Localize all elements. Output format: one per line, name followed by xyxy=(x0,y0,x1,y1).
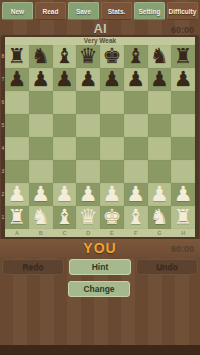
rank-label-6: 6 xyxy=(1,91,5,114)
square-a8[interactable]: ♜ xyxy=(5,45,29,68)
square-c3[interactable] xyxy=(53,160,77,183)
square-b5[interactable] xyxy=(29,114,53,137)
change-button[interactable]: Change xyxy=(68,281,130,297)
rank-label-7: 7 xyxy=(1,68,5,91)
square-e6[interactable] xyxy=(100,91,124,114)
square-a2[interactable]: ♟ xyxy=(5,183,29,206)
square-e1[interactable]: ♚ xyxy=(100,206,124,229)
square-f8[interactable]: ♝ xyxy=(124,45,148,68)
menu-button-stats[interactable]: Stats. xyxy=(101,2,132,20)
square-e2[interactable]: ♟ xyxy=(100,183,124,206)
black-bishop: ♝ xyxy=(124,45,148,68)
difficulty-level-label: Very Weak xyxy=(5,37,195,45)
square-h3[interactable] xyxy=(171,160,195,183)
black-pawn: ♟ xyxy=(124,68,148,91)
square-f3[interactable] xyxy=(124,160,148,183)
square-f2[interactable]: ♟ xyxy=(124,183,148,206)
file-label-h: H xyxy=(171,229,195,237)
white-rook: ♜ xyxy=(5,206,29,229)
white-pawn: ♟ xyxy=(100,183,124,206)
redo-button[interactable]: Redo xyxy=(2,259,64,275)
square-e5[interactable] xyxy=(100,114,124,137)
white-pawn: ♟ xyxy=(53,183,77,206)
square-b8[interactable]: ♞ xyxy=(29,45,53,68)
chess-board: Very Weak ♜♞♝♛♚♝♞♜♟♟♟♟♟♟♟♟♟♟♟♟♟♟♟♟♜♞♝♛♚♝… xyxy=(1,35,199,239)
hint-button[interactable]: Hint xyxy=(69,259,131,275)
square-d4[interactable] xyxy=(76,137,100,160)
black-queen: ♛ xyxy=(76,45,100,68)
square-f6[interactable] xyxy=(124,91,148,114)
square-a6[interactable] xyxy=(5,91,29,114)
square-h4[interactable] xyxy=(171,137,195,160)
white-knight: ♞ xyxy=(148,206,172,229)
square-h6[interactable] xyxy=(171,91,195,114)
white-pawn: ♟ xyxy=(171,183,195,206)
black-rook: ♜ xyxy=(171,45,195,68)
square-g8[interactable]: ♞ xyxy=(148,45,172,68)
square-d1[interactable]: ♛ xyxy=(76,206,100,229)
white-pawn: ♟ xyxy=(5,183,29,206)
file-label-b: B xyxy=(29,229,53,237)
square-h2[interactable]: ♟ xyxy=(171,183,195,206)
square-a1[interactable]: ♜ xyxy=(5,206,29,229)
square-a4[interactable] xyxy=(5,137,29,160)
menu-button-read[interactable]: Read xyxy=(35,2,66,20)
file-label-e: E xyxy=(100,229,124,237)
square-d8[interactable]: ♛ xyxy=(76,45,100,68)
bottom-strip xyxy=(0,345,200,355)
file-labels: ABCDEFGH xyxy=(5,229,195,237)
file-label-g: G xyxy=(148,229,172,237)
square-c5[interactable] xyxy=(53,114,77,137)
white-pawn: ♟ xyxy=(29,183,53,206)
white-pawn: ♟ xyxy=(76,183,100,206)
square-b4[interactable] xyxy=(29,137,53,160)
white-king: ♚ xyxy=(100,206,124,229)
player-clock: 60:00 xyxy=(171,244,194,254)
rank-label-4: 4 xyxy=(1,137,5,160)
square-b2[interactable]: ♟ xyxy=(29,183,53,206)
file-label-c: C xyxy=(53,229,77,237)
square-b6[interactable] xyxy=(29,91,53,114)
square-e8[interactable]: ♚ xyxy=(100,45,124,68)
white-bishop: ♝ xyxy=(124,206,148,229)
square-g4[interactable] xyxy=(148,137,172,160)
square-h5[interactable] xyxy=(171,114,195,137)
square-c4[interactable] xyxy=(53,137,77,160)
square-g3[interactable] xyxy=(148,160,172,183)
menu-button-save[interactable]: Save xyxy=(68,2,99,20)
square-f1[interactable]: ♝ xyxy=(124,206,148,229)
black-pawn: ♟ xyxy=(171,68,195,91)
white-pawn: ♟ xyxy=(148,183,172,206)
square-g6[interactable] xyxy=(148,91,172,114)
square-b7[interactable]: ♟ xyxy=(29,68,53,91)
opponent-clock: 60:00 xyxy=(171,25,194,35)
black-knight: ♞ xyxy=(29,45,53,68)
player-bar: YOU 60:00 xyxy=(0,239,200,258)
square-a7[interactable]: ♟ xyxy=(5,68,29,91)
black-pawn: ♟ xyxy=(76,68,100,91)
black-pawn: ♟ xyxy=(148,68,172,91)
square-g1[interactable]: ♞ xyxy=(148,206,172,229)
square-c6[interactable] xyxy=(53,91,77,114)
square-d7[interactable]: ♟ xyxy=(76,68,100,91)
black-bishop: ♝ xyxy=(53,45,77,68)
black-pawn: ♟ xyxy=(53,68,77,91)
square-e4[interactable] xyxy=(100,137,124,160)
square-d3[interactable] xyxy=(76,160,100,183)
black-rook: ♜ xyxy=(5,45,29,68)
black-pawn: ♟ xyxy=(29,68,53,91)
square-g7[interactable]: ♟ xyxy=(148,68,172,91)
square-d2[interactable]: ♟ xyxy=(76,183,100,206)
menu-button-new[interactable]: New xyxy=(2,2,33,20)
square-d6[interactable] xyxy=(76,91,100,114)
square-f7[interactable]: ♟ xyxy=(124,68,148,91)
menu-button-setting[interactable]: Setting xyxy=(134,2,165,20)
file-label-d: D xyxy=(76,229,100,237)
square-h8[interactable]: ♜ xyxy=(171,45,195,68)
rank-labels: 87654321 xyxy=(1,45,5,229)
rank-label-2: 2 xyxy=(1,183,5,206)
rank-label-5: 5 xyxy=(1,114,5,137)
square-e3[interactable] xyxy=(100,160,124,183)
menu-button-difficulty[interactable]: Difficulty xyxy=(167,2,198,20)
square-g2[interactable]: ♟ xyxy=(148,183,172,206)
square-b3[interactable] xyxy=(29,160,53,183)
file-label-f: F xyxy=(124,229,148,237)
square-f5[interactable] xyxy=(124,114,148,137)
white-queen: ♛ xyxy=(76,206,100,229)
board-grid: ♜♞♝♛♚♝♞♜♟♟♟♟♟♟♟♟♟♟♟♟♟♟♟♟♜♞♝♛♚♝♞♜ xyxy=(5,45,195,229)
square-d5[interactable] xyxy=(76,114,100,137)
black-king: ♚ xyxy=(100,45,124,68)
square-f4[interactable] xyxy=(124,137,148,160)
square-c2[interactable]: ♟ xyxy=(53,183,77,206)
square-c7[interactable]: ♟ xyxy=(53,68,77,91)
chess-app: NewReadSaveStats.SettingDifficulty AI 60… xyxy=(0,0,200,355)
white-knight: ♞ xyxy=(29,206,53,229)
black-pawn: ♟ xyxy=(5,68,29,91)
square-e7[interactable]: ♟ xyxy=(100,68,124,91)
square-h7[interactable]: ♟ xyxy=(171,68,195,91)
square-c8[interactable]: ♝ xyxy=(53,45,77,68)
black-knight: ♞ xyxy=(148,45,172,68)
file-label-a: A xyxy=(5,229,29,237)
white-pawn: ♟ xyxy=(124,183,148,206)
rank-label-1: 1 xyxy=(1,206,5,229)
square-g5[interactable] xyxy=(148,114,172,137)
black-pawn: ♟ xyxy=(100,68,124,91)
square-c1[interactable]: ♝ xyxy=(53,206,77,229)
square-a5[interactable] xyxy=(5,114,29,137)
square-a3[interactable] xyxy=(5,160,29,183)
rank-label-8: 8 xyxy=(1,45,5,68)
undo-button[interactable]: Undo xyxy=(136,259,198,275)
white-rook: ♜ xyxy=(171,206,195,229)
square-h1[interactable]: ♜ xyxy=(171,206,195,229)
controls-row: Redo Hint Undo xyxy=(2,259,198,275)
rank-label-3: 3 xyxy=(1,160,5,183)
square-b1[interactable]: ♞ xyxy=(29,206,53,229)
white-bishop: ♝ xyxy=(53,206,77,229)
menu-bar: NewReadSaveStats.SettingDifficulty xyxy=(2,2,198,20)
